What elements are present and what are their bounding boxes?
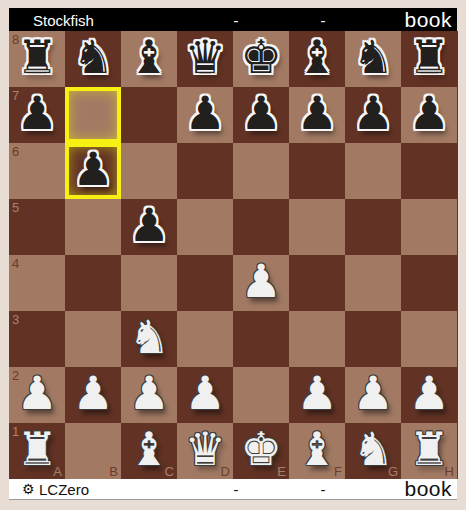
square-g1[interactable]: G♞ [345,423,401,479]
piece-black-rook[interactable]: ♜ [408,29,449,85]
square-c4[interactable] [121,255,177,311]
rank-label-4: 4 [12,257,19,270]
piece-black-rook[interactable]: ♜ [16,29,57,85]
square-h4[interactable] [401,255,457,311]
square-a4[interactable]: 4 [9,255,65,311]
square-e3[interactable] [233,311,289,367]
square-g5[interactable] [345,199,401,255]
square-h1[interactable]: H♜ [401,423,457,479]
square-d3[interactable] [177,311,233,367]
square-a8[interactable]: 8♜ [9,31,65,87]
square-f7[interactable]: ♟ [289,87,345,143]
rank-label-6: 6 [12,145,19,158]
rank-label-3: 3 [12,313,19,326]
square-b5[interactable] [65,199,121,255]
square-d7[interactable]: ♟ [177,87,233,143]
piece-white-pawn[interactable]: ♟ [408,365,449,421]
square-e7[interactable]: ♟ [233,87,289,143]
piece-black-pawn[interactable]: ♟ [16,85,57,141]
square-f1[interactable]: F♝ [289,423,345,479]
square-d1[interactable]: D♛ [177,423,233,479]
square-c2[interactable]: ♟ [121,367,177,423]
piece-black-pawn[interactable]: ♟ [128,197,169,253]
square-g6[interactable] [345,143,401,199]
piece-white-pawn[interactable]: ♟ [296,365,337,421]
top-player-stat-2: - [313,11,333,28]
top-player-name: Stockfish [33,11,94,28]
piece-white-pawn[interactable]: ♟ [184,365,225,421]
square-e4[interactable]: ♟ [233,255,289,311]
square-b7[interactable] [65,87,121,143]
square-g4[interactable] [345,255,401,311]
piece-black-pawn[interactable]: ♟ [72,141,113,197]
square-b2[interactable]: ♟ [65,367,121,423]
square-b1[interactable]: B [65,423,121,479]
square-g2[interactable]: ♟ [345,367,401,423]
piece-white-pawn[interactable]: ♟ [128,365,169,421]
square-h2[interactable]: ♟ [401,367,457,423]
piece-white-knight[interactable]: ♞ [352,421,393,477]
piece-black-bishop[interactable]: ♝ [296,29,337,85]
top-player-book-status: book [404,8,452,32]
bottom-player-stat-2: - [313,481,333,498]
piece-white-queen[interactable]: ♛ [184,421,225,477]
square-c8[interactable]: ♝ [121,31,177,87]
piece-white-pawn[interactable]: ♟ [72,365,113,421]
chess-gui-window: Stockfish - - book 8♜♞♝♛♚♝♞♜7♟♟♟♟♟♟6♟5♟4… [9,8,457,500]
square-c7[interactable] [121,87,177,143]
square-f2[interactable]: ♟ [289,367,345,423]
square-c1[interactable]: C♝ [121,423,177,479]
piece-white-rook[interactable]: ♜ [408,421,449,477]
top-player-stat-1: - [226,11,246,28]
piece-white-king[interactable]: ♚ [240,421,281,477]
piece-black-pawn[interactable]: ♟ [408,85,449,141]
square-b4[interactable] [65,255,121,311]
square-g8[interactable]: ♞ [345,31,401,87]
piece-white-pawn[interactable]: ♟ [240,253,281,309]
rank-label-5: 5 [12,201,19,214]
square-e5[interactable] [233,199,289,255]
square-a3[interactable]: 3 [9,311,65,367]
piece-white-pawn[interactable]: ♟ [352,365,393,421]
piece-white-rook[interactable]: ♜ [16,421,57,477]
piece-white-knight[interactable]: ♞ [128,309,169,365]
bottom-player-book-status: book [404,477,452,501]
square-c3[interactable]: ♞ [121,311,177,367]
square-e6[interactable] [233,143,289,199]
square-h6[interactable] [401,143,457,199]
piece-black-pawn[interactable]: ♟ [184,85,225,141]
piece-black-pawn[interactable]: ♟ [240,85,281,141]
square-a7[interactable]: 7♟ [9,87,65,143]
bottom-player-name: LCZero [39,481,89,498]
square-g7[interactable]: ♟ [345,87,401,143]
gear-icon[interactable]: ⚙ [22,482,35,496]
square-g3[interactable] [345,311,401,367]
square-h3[interactable] [401,311,457,367]
square-a2[interactable]: 2♟ [9,367,65,423]
piece-black-knight[interactable]: ♞ [352,29,393,85]
square-a5[interactable]: 5 [9,199,65,255]
file-label-b: B [109,465,118,478]
square-a1[interactable]: 1A♜ [9,423,65,479]
square-d8[interactable]: ♛ [177,31,233,87]
square-h7[interactable]: ♟ [401,87,457,143]
bottom-player-stat-1: - [226,481,246,498]
square-b8[interactable]: ♞ [65,31,121,87]
square-d2[interactable]: ♟ [177,367,233,423]
square-f8[interactable]: ♝ [289,31,345,87]
square-f4[interactable] [289,255,345,311]
square-e2[interactable] [233,367,289,423]
piece-black-king[interactable]: ♚ [240,29,281,85]
piece-black-pawn[interactable]: ♟ [296,85,337,141]
top-player-bar: Stockfish - - book [9,8,457,31]
piece-white-bishop[interactable]: ♝ [128,421,169,477]
square-f3[interactable] [289,311,345,367]
square-c5[interactable]: ♟ [121,199,177,255]
chess-board: 8♜♞♝♛♚♝♞♜7♟♟♟♟♟♟6♟5♟4♟3♞2♟♟♟♟♟♟♟1A♜BC♝D♛… [9,31,457,479]
square-d5[interactable] [177,199,233,255]
piece-black-pawn[interactable]: ♟ [352,85,393,141]
piece-black-knight[interactable]: ♞ [72,29,113,85]
piece-black-queen[interactable]: ♛ [184,29,225,85]
square-h5[interactable] [401,199,457,255]
piece-white-bishop[interactable]: ♝ [296,421,337,477]
square-d6[interactable] [177,143,233,199]
square-e1[interactable]: E♚ [233,423,289,479]
square-b6[interactable]: ♟ [65,143,121,199]
square-f6[interactable] [289,143,345,199]
square-a6[interactable]: 6 [9,143,65,199]
square-b3[interactable] [65,311,121,367]
square-f5[interactable] [289,199,345,255]
square-d4[interactable] [177,255,233,311]
piece-black-bishop[interactable]: ♝ [128,29,169,85]
piece-white-pawn[interactable]: ♟ [16,365,57,421]
square-c6[interactable] [121,143,177,199]
square-e8[interactable]: ♚ [233,31,289,87]
bottom-player-bar: ⚙ LCZero - - book [9,479,457,500]
square-h8[interactable]: ♜ [401,31,457,87]
